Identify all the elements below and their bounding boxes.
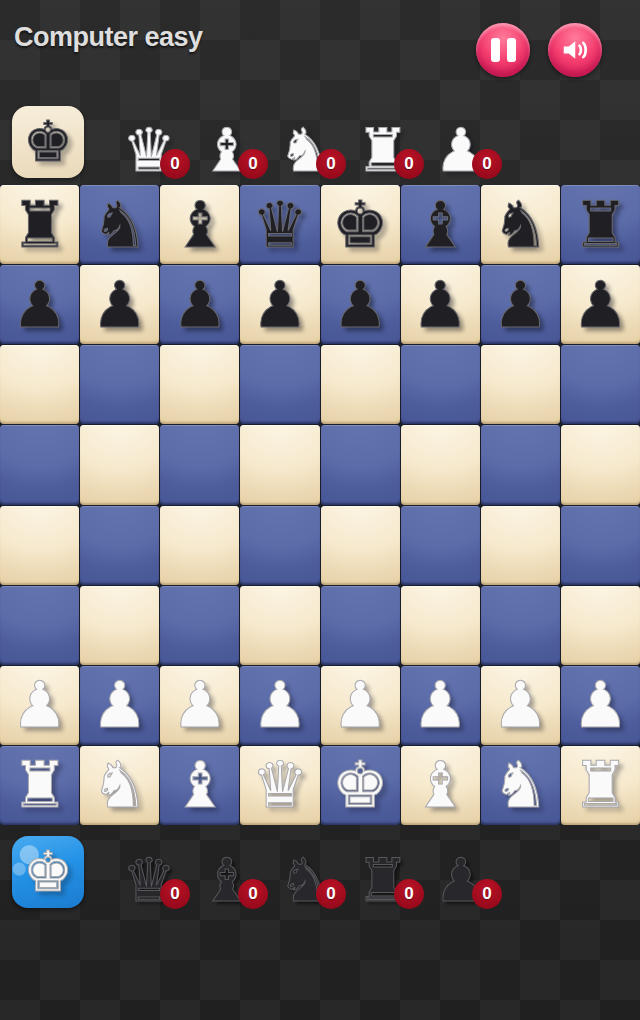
piece-black-pawn: ♟ <box>171 273 228 337</box>
square-f7[interactable]: ♟ <box>401 265 480 344</box>
piece-black-rook: ♜ <box>572 193 629 257</box>
piece-white-knight: ♞ <box>91 753 148 817</box>
piece-white-king: ♚ <box>331 753 388 817</box>
square-e5[interactable] <box>321 425 400 504</box>
square-a3[interactable] <box>0 586 79 665</box>
piece-white-pawn: ♟ <box>91 673 148 737</box>
captured-tray-white-player: ♚ ♛ 0 ♝ 0 ♞ 0 ♜ 0 ♟ 0 <box>0 825 640 915</box>
square-b1[interactable]: ♞ <box>80 746 159 825</box>
square-h6[interactable] <box>561 345 640 424</box>
capture-count-badge: 0 <box>238 149 268 179</box>
capture-count-badge: 0 <box>160 879 190 909</box>
square-a2[interactable]: ♟ <box>0 666 79 745</box>
piece-black-knight: ♞ <box>91 193 148 257</box>
piece-black-bishop: ♝ <box>171 193 228 257</box>
square-e4[interactable] <box>321 506 400 585</box>
square-a8[interactable]: ♜ <box>0 185 79 264</box>
square-f5[interactable] <box>401 425 480 504</box>
capture-count-badge: 0 <box>316 879 346 909</box>
square-a1[interactable]: ♜ <box>0 746 79 825</box>
square-d6[interactable] <box>240 345 319 424</box>
captured-slot-white-queen: ♛ 0 <box>110 100 188 185</box>
square-c4[interactable] <box>160 506 239 585</box>
capture-count-badge: 0 <box>394 879 424 909</box>
capture-count-badge: 0 <box>238 879 268 909</box>
black-king-avatar-icon: ♚ <box>23 114 73 170</box>
piece-black-pawn: ♟ <box>251 273 308 337</box>
speaker-icon <box>560 35 590 65</box>
square-b5[interactable] <box>80 425 159 504</box>
square-f4[interactable] <box>401 506 480 585</box>
square-a6[interactable] <box>0 345 79 424</box>
square-c7[interactable]: ♟ <box>160 265 239 344</box>
piece-white-pawn: ♟ <box>492 673 549 737</box>
piece-black-knight: ♞ <box>492 193 549 257</box>
square-h4[interactable] <box>561 506 640 585</box>
square-g7[interactable]: ♟ <box>481 265 560 344</box>
square-b4[interactable] <box>80 506 159 585</box>
captured-tray-black-player: ♚ ♛ 0 ♝ 0 ♞ 0 ♜ 0 ♟ 0 <box>0 100 640 185</box>
piece-white-bishop: ♝ <box>412 753 469 817</box>
piece-white-pawn: ♟ <box>11 673 68 737</box>
square-a4[interactable] <box>0 506 79 585</box>
capture-count-badge: 0 <box>472 149 502 179</box>
white-king-avatar-icon: ♚ <box>23 844 73 900</box>
piece-black-rook: ♜ <box>11 193 68 257</box>
piece-black-queen: ♛ <box>251 193 308 257</box>
header: Computer easy <box>0 0 640 100</box>
piece-white-bishop: ♝ <box>171 753 228 817</box>
square-c5[interactable] <box>160 425 239 504</box>
square-g1[interactable]: ♞ <box>481 746 560 825</box>
piece-black-pawn: ♟ <box>492 273 549 337</box>
piece-black-pawn: ♟ <box>572 273 629 337</box>
capture-count-badge: 0 <box>472 879 502 909</box>
captured-slot-black-rook: ♜ 0 <box>344 825 422 915</box>
square-b2[interactable]: ♟ <box>80 666 159 745</box>
piece-black-king: ♚ <box>331 193 388 257</box>
piece-white-queen: ♛ <box>251 753 308 817</box>
captured-slot-black-pawn: ♟ 0 <box>422 825 500 915</box>
captured-slot-black-knight: ♞ 0 <box>266 825 344 915</box>
square-d5[interactable] <box>240 425 319 504</box>
square-h7[interactable]: ♟ <box>561 265 640 344</box>
square-f2[interactable]: ♟ <box>401 666 480 745</box>
piece-white-pawn: ♟ <box>251 673 308 737</box>
square-b3[interactable] <box>80 586 159 665</box>
piece-white-pawn: ♟ <box>331 673 388 737</box>
square-h8[interactable]: ♜ <box>561 185 640 264</box>
square-d1[interactable]: ♛ <box>240 746 319 825</box>
square-c1[interactable]: ♝ <box>160 746 239 825</box>
piece-white-pawn: ♟ <box>171 673 228 737</box>
piece-white-rook: ♜ <box>11 753 68 817</box>
square-e2[interactable]: ♟ <box>321 666 400 745</box>
square-a5[interactable] <box>0 425 79 504</box>
square-b7[interactable]: ♟ <box>80 265 159 344</box>
square-d8[interactable]: ♛ <box>240 185 319 264</box>
square-h2[interactable]: ♟ <box>561 666 640 745</box>
square-d2[interactable]: ♟ <box>240 666 319 745</box>
square-f8[interactable]: ♝ <box>401 185 480 264</box>
square-g3[interactable] <box>481 586 560 665</box>
piece-black-pawn: ♟ <box>11 273 68 337</box>
piece-black-bishop: ♝ <box>412 193 469 257</box>
square-c3[interactable] <box>160 586 239 665</box>
square-f3[interactable] <box>401 586 480 665</box>
square-a7[interactable]: ♟ <box>0 265 79 344</box>
square-f6[interactable] <box>401 345 480 424</box>
piece-black-pawn: ♟ <box>412 273 469 337</box>
chess-app: Computer easy ♚ ♛ 0 ♝ 0 <box>0 0 640 1020</box>
captured-slot-white-rook: ♜ 0 <box>344 100 422 185</box>
square-c2[interactable]: ♟ <box>160 666 239 745</box>
square-g6[interactable] <box>481 345 560 424</box>
capture-count-badge: 0 <box>316 149 346 179</box>
capture-count-badge: 0 <box>394 149 424 179</box>
black-player-avatar: ♚ <box>12 106 84 178</box>
square-e7[interactable]: ♟ <box>321 265 400 344</box>
square-b6[interactable] <box>80 345 159 424</box>
header-buttons <box>476 23 602 77</box>
piece-black-pawn: ♟ <box>91 273 148 337</box>
square-g8[interactable]: ♞ <box>481 185 560 264</box>
captured-slot-white-pawn: ♟ 0 <box>422 100 500 185</box>
page-title: Computer easy <box>14 22 203 53</box>
chess-board: ♜♞♝♛♚♝♞♜♟♟♟♟♟♟♟♟♟♟♟♟♟♟♟♟♜♞♝♛♚♝♞♜ <box>0 185 640 825</box>
piece-white-pawn: ♟ <box>412 673 469 737</box>
square-h1[interactable]: ♜ <box>561 746 640 825</box>
square-c6[interactable] <box>160 345 239 424</box>
square-d3[interactable] <box>240 586 319 665</box>
pause-icon <box>491 38 516 62</box>
captured-slot-black-queen: ♛ 0 <box>110 825 188 915</box>
square-h5[interactable] <box>561 425 640 504</box>
sound-button[interactable] <box>548 23 602 77</box>
square-h3[interactable] <box>561 586 640 665</box>
piece-white-pawn: ♟ <box>572 673 629 737</box>
square-e1[interactable]: ♚ <box>321 746 400 825</box>
piece-white-rook: ♜ <box>572 753 629 817</box>
square-g4[interactable] <box>481 506 560 585</box>
captured-slot-white-bishop: ♝ 0 <box>188 100 266 185</box>
piece-black-pawn: ♟ <box>331 273 388 337</box>
pause-button[interactable] <box>476 23 530 77</box>
captured-slot-white-knight: ♞ 0 <box>266 100 344 185</box>
white-player-avatar: ♚ <box>12 836 84 908</box>
captured-slot-black-bishop: ♝ 0 <box>188 825 266 915</box>
capture-count-badge: 0 <box>160 149 190 179</box>
square-d7[interactable]: ♟ <box>240 265 319 344</box>
square-e3[interactable] <box>321 586 400 665</box>
square-c8[interactable]: ♝ <box>160 185 239 264</box>
piece-white-knight: ♞ <box>492 753 549 817</box>
square-g5[interactable] <box>481 425 560 504</box>
square-e8[interactable]: ♚ <box>321 185 400 264</box>
square-g2[interactable]: ♟ <box>481 666 560 745</box>
square-d4[interactable] <box>240 506 319 585</box>
square-b8[interactable]: ♞ <box>80 185 159 264</box>
square-e6[interactable] <box>321 345 400 424</box>
square-f1[interactable]: ♝ <box>401 746 480 825</box>
